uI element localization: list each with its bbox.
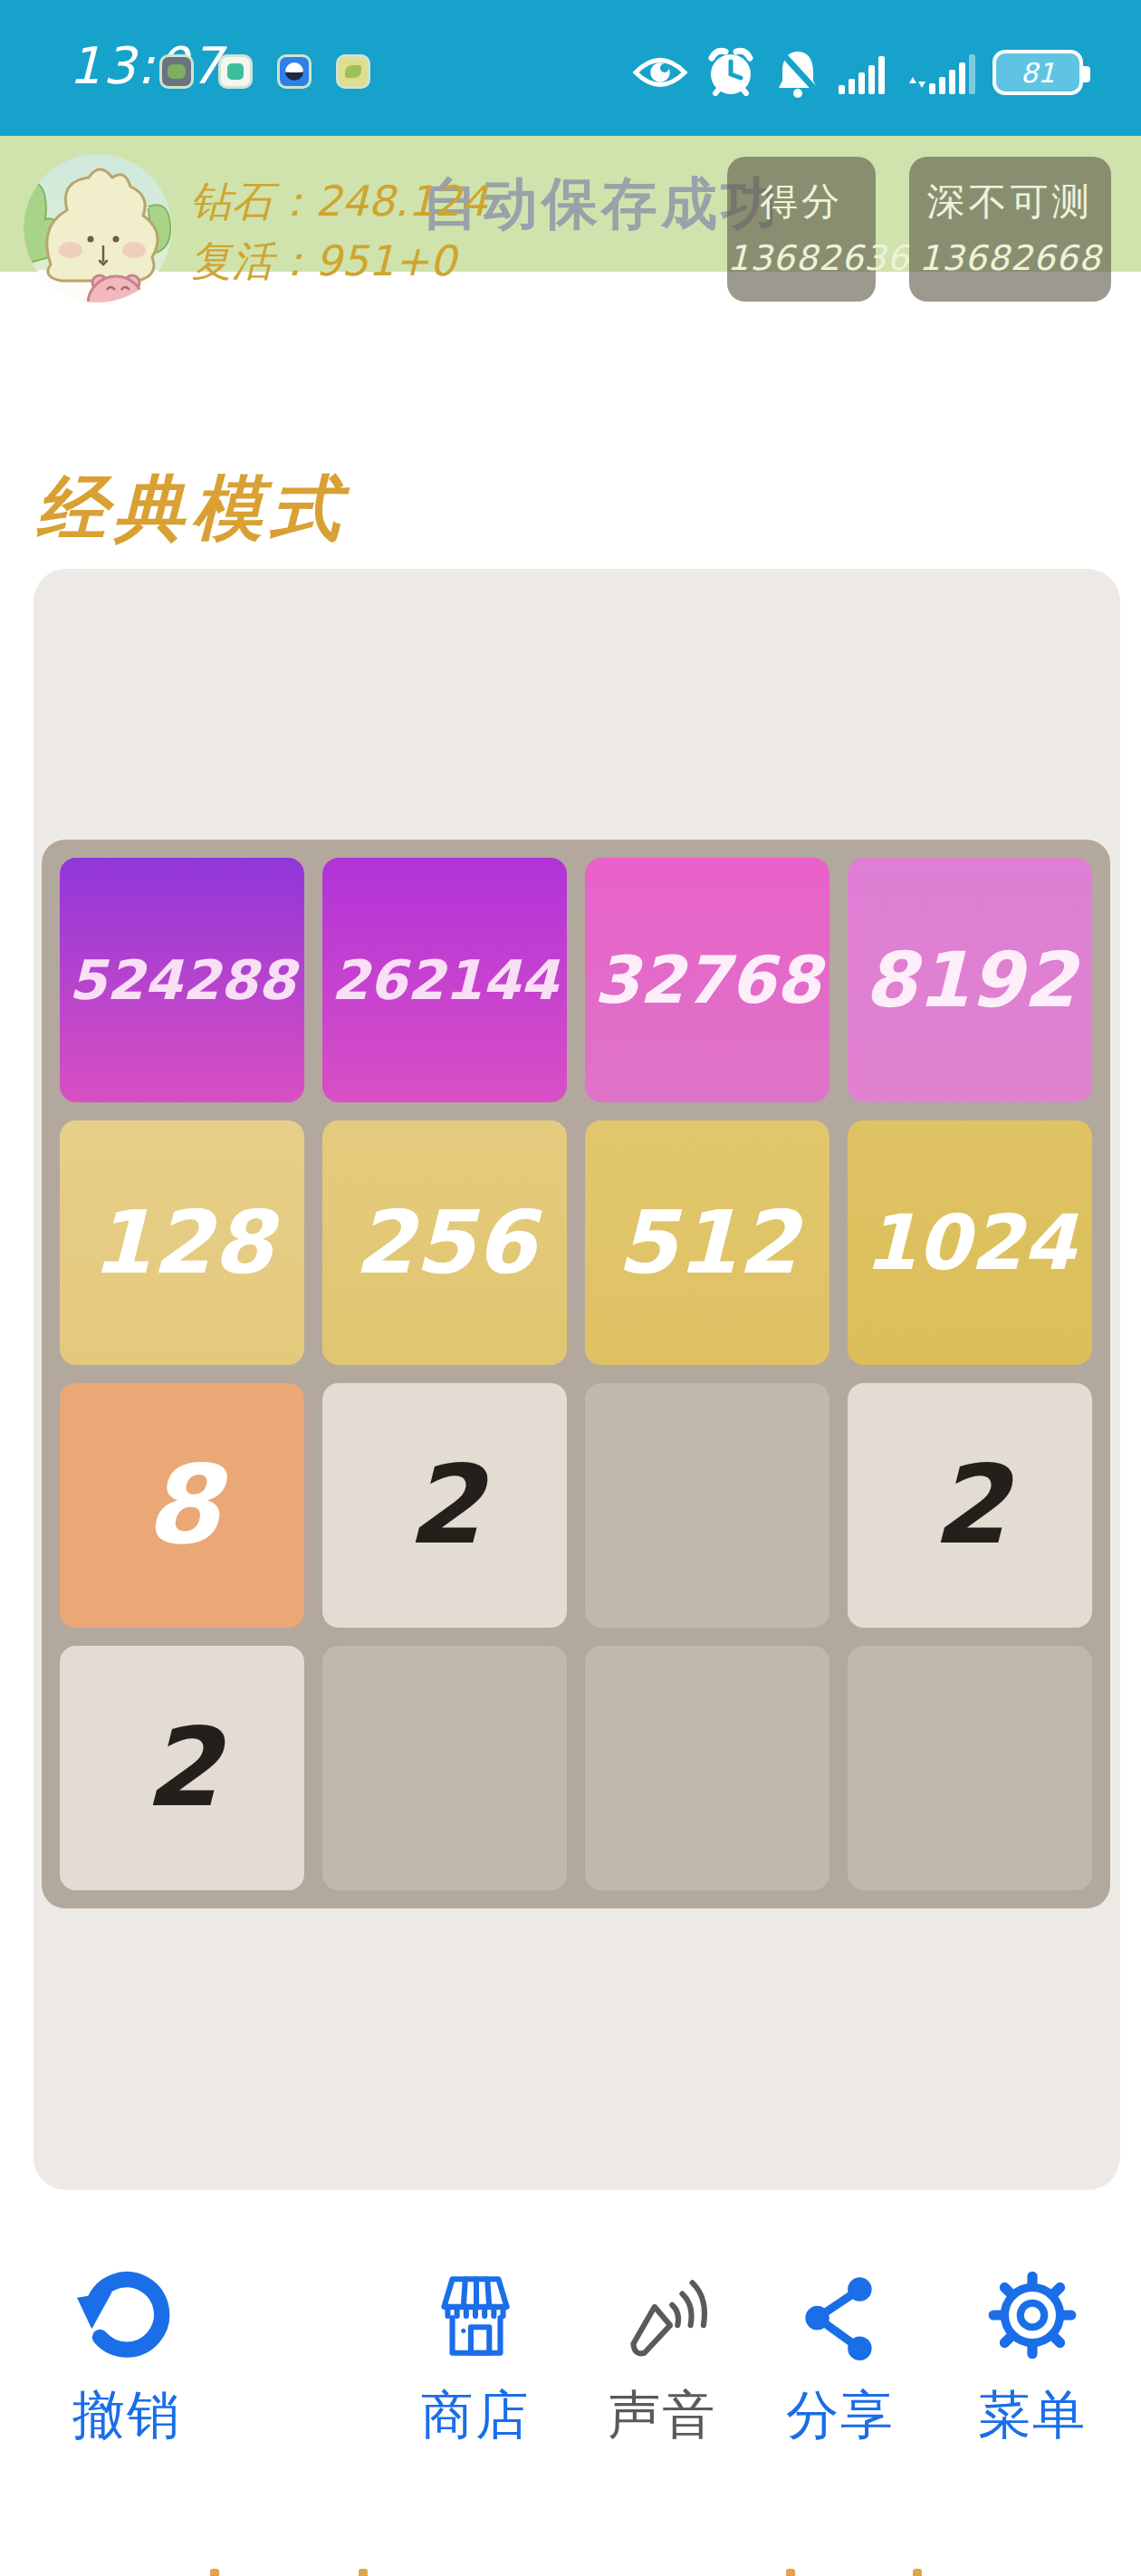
shop-icon [425, 2264, 526, 2366]
battery-cap [1083, 66, 1090, 82]
avatar[interactable] [24, 154, 172, 303]
tile-524288-r0c0: 524288 [60, 858, 304, 1102]
app-notification-icon-4 [336, 54, 370, 89]
diamond-value: 248.124 [315, 177, 487, 226]
battery-indicator: 81 [992, 50, 1083, 95]
tile-2-r3c0: 2 [60, 1646, 304, 1890]
share-button[interactable]: 分享 [750, 2264, 931, 2451]
shop-button[interactable]: 商店 [385, 2264, 566, 2451]
notification-app-icons [159, 54, 370, 89]
menu-label: 菜单 [942, 2380, 1123, 2451]
revive-value: 951+0 [315, 236, 456, 285]
battery-percent: 81 [1021, 57, 1055, 89]
signal-sim1-icon [839, 51, 891, 94]
tile-2-r2c1: 2 [322, 1383, 567, 1628]
score-label: 得分 [727, 177, 876, 227]
signal-sim2-icon [907, 51, 976, 94]
cutoff-text-fragment [210, 2569, 219, 2576]
sound-label: 声音 [571, 2380, 753, 2451]
share-label: 分享 [750, 2380, 931, 2451]
tile-512-r1c2: 512 [585, 1120, 829, 1365]
best-label: 深不可测 [909, 177, 1111, 227]
alarm-clock-icon [705, 46, 757, 99]
tile-32768-r0c2: 32768 [585, 858, 829, 1102]
cutoff-text-fragment [359, 2569, 368, 2576]
status-icons-cluster: 81 [632, 47, 1083, 98]
best-score-card[interactable]: 深不可测 13682668 [909, 157, 1111, 302]
gear-icon [982, 2264, 1083, 2366]
cutoff-text-fragment [913, 2569, 922, 2576]
score-card[interactable]: 得分 13682636 [727, 157, 876, 302]
shop-label: 商店 [385, 2380, 566, 2451]
diamond-stat: 钻石：248.124 [190, 174, 487, 230]
score-value: 13682636 [727, 238, 876, 278]
game-screen: { "game": "2048", "position": { "grid": … [0, 0, 1141, 2576]
app-notification-icon-3 [277, 54, 312, 89]
eye-protection-icon [632, 52, 688, 93]
empty-cell-r3c3 [848, 1646, 1092, 1890]
undo-icon [76, 2264, 177, 2366]
tile-1024-r1c3: 1024 [848, 1120, 1092, 1365]
board-2048[interactable]: 52428826214432768819212825651210248222 [42, 840, 1110, 1908]
menu-button[interactable]: 菜单 [942, 2264, 1123, 2451]
revive-stat: 复活：951+0 [190, 234, 456, 290]
empty-cell-r3c1 [322, 1646, 567, 1890]
tile-128-r1c0: 128 [60, 1120, 304, 1365]
tile-8192-r0c3: 8192 [848, 858, 1092, 1102]
notifications-muted-icon [773, 47, 822, 98]
tile-262144-r0c1: 262144 [322, 858, 567, 1102]
app-notification-icon-2 [218, 54, 253, 89]
tile-2-r2c3: 2 [848, 1383, 1092, 1628]
undo-label: 撤销 [36, 2380, 217, 2451]
revive-label: 复活： [190, 236, 315, 285]
sound-button[interactable]: 声音 [571, 2264, 753, 2451]
share-icon [790, 2264, 891, 2366]
best-value: 13682668 [909, 238, 1111, 278]
status-bar: 13:07 [0, 0, 1141, 136]
empty-cell-r3c2 [585, 1646, 829, 1890]
tile-8-r2c0: 8 [60, 1383, 304, 1628]
sound-icon [611, 2264, 713, 2366]
mode-title: 经典模式 [36, 462, 348, 557]
empty-cell-r2c2 [585, 1383, 829, 1628]
cutoff-text-fragment [786, 2569, 795, 2576]
tile-256-r1c1: 256 [322, 1120, 567, 1365]
undo-button[interactable]: 撤销 [36, 2264, 217, 2451]
diamond-label: 钻石： [190, 177, 315, 226]
app-notification-icon-1 [159, 54, 194, 89]
